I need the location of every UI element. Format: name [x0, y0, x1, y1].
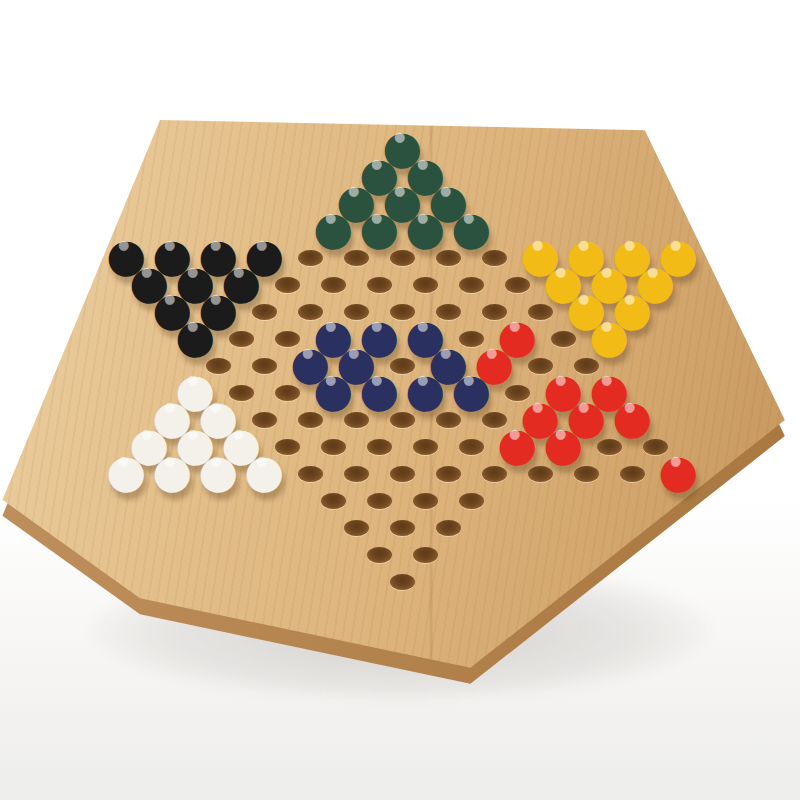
- peg-hole: [390, 250, 415, 266]
- board-cell: ●●: [241, 460, 287, 487]
- peg-highlight: ●: [463, 211, 474, 224]
- board-cell: [333, 244, 379, 271]
- peg-hole: [298, 412, 323, 428]
- board-cell: [264, 379, 310, 406]
- board-cell: [333, 406, 379, 433]
- peg-highlight: ●: [532, 238, 543, 251]
- peg-hole: [275, 277, 300, 293]
- board-cell: ●●: [609, 406, 655, 433]
- peg-highlight: ●: [164, 292, 175, 305]
- board-cell: ●●: [402, 379, 448, 406]
- board-cell: [310, 433, 356, 460]
- board-cell: [379, 514, 425, 541]
- board-cell: ●●: [172, 325, 218, 352]
- peg-hole: [252, 304, 277, 320]
- peg-hole: [413, 493, 438, 509]
- board-cell: ●●: [448, 217, 494, 244]
- peg-white: ●●: [244, 447, 284, 493]
- board-cell: ●●: [586, 325, 632, 352]
- peg-white: ●●: [152, 447, 192, 493]
- board-cell: ●●: [310, 379, 356, 406]
- peg-highlight: ●: [578, 400, 589, 413]
- peg-highlight: ●: [532, 400, 543, 413]
- board-cell: [448, 487, 494, 514]
- board-cell: ●●: [540, 433, 586, 460]
- peg-hole: [482, 466, 507, 482]
- peg-highlight: ●: [233, 427, 244, 440]
- peg-hole: [298, 250, 323, 266]
- peg-highlight: ●: [325, 373, 336, 386]
- peg-hole: [298, 466, 323, 482]
- board-cell: ●●: [356, 217, 402, 244]
- peg-highlight: ●: [256, 454, 267, 467]
- board-cell: [402, 541, 448, 568]
- peg-hole: [321, 493, 346, 509]
- board-cell: [356, 433, 402, 460]
- board-cell: [379, 460, 425, 487]
- peg-highlight: ●: [187, 373, 198, 386]
- board-cell: [425, 406, 471, 433]
- peg-highlight: ●: [371, 319, 382, 332]
- peg-hole: [390, 466, 415, 482]
- board-cell: ●●: [655, 460, 701, 487]
- peg-white: ●●: [198, 447, 238, 493]
- board-cell: [402, 271, 448, 298]
- board-cell: [241, 352, 287, 379]
- board-cell: [425, 514, 471, 541]
- peg-hole: [367, 547, 392, 563]
- peg-red: ●●: [658, 447, 698, 493]
- board-cell: [471, 460, 517, 487]
- board-cell: [218, 325, 264, 352]
- board-cell: [402, 487, 448, 514]
- peg-hole: [344, 412, 369, 428]
- peg-hole: [367, 277, 392, 293]
- board-cell: [356, 487, 402, 514]
- peg-hole: [390, 574, 415, 590]
- peg-hole: [275, 385, 300, 401]
- peg-highlight: ●: [601, 373, 612, 386]
- peg-highlight: ●: [670, 454, 681, 467]
- peg-hole: [459, 493, 484, 509]
- peg-highlight: ●: [394, 184, 405, 197]
- peg-highlight: ●: [509, 427, 520, 440]
- peg-highlight: ●: [118, 238, 129, 251]
- peg-highlight: ●: [210, 454, 221, 467]
- peg-highlight: ●: [348, 184, 359, 197]
- peg-hole: [482, 250, 507, 266]
- board-cell: [609, 460, 655, 487]
- peg-hole: [390, 412, 415, 428]
- board-cell: [241, 298, 287, 325]
- board-cell: [379, 568, 425, 595]
- peg-highlight: ●: [578, 292, 589, 305]
- peg-highlight: ●: [624, 292, 635, 305]
- board-cell: [517, 460, 563, 487]
- board-cell: [287, 406, 333, 433]
- peg-highlight: ●: [463, 373, 474, 386]
- board-cell: [563, 460, 609, 487]
- peg-hole: [413, 439, 438, 455]
- peg-hole: [620, 466, 645, 482]
- peg-highlight: ●: [233, 265, 244, 278]
- peg-highlight: ●: [624, 238, 635, 251]
- board-cell: [586, 433, 632, 460]
- board-cell: [448, 271, 494, 298]
- peg-highlight: ●: [555, 265, 566, 278]
- board-cell: [356, 271, 402, 298]
- product-photo-stage: ●●●●●●●●●●●●●●●●●●●●●●●●●●●●●●●●●●●●●●●●…: [0, 0, 800, 800]
- peg-hole: [436, 466, 461, 482]
- peg-highlight: ●: [509, 319, 520, 332]
- peg-highlight: ●: [624, 400, 635, 413]
- peg-hole: [505, 277, 530, 293]
- peg-highlight: ●: [210, 292, 221, 305]
- peg-hole: [390, 520, 415, 536]
- peg-highlight: ●: [371, 157, 382, 170]
- peg-highlight: ●: [601, 265, 612, 278]
- peg-hole: [344, 466, 369, 482]
- peg-highlight: ●: [417, 157, 428, 170]
- peg-hole: [367, 493, 392, 509]
- peg-hole: [459, 277, 484, 293]
- board-cell: [494, 271, 540, 298]
- board-cell: ●●: [402, 217, 448, 244]
- peg-highlight: ●: [325, 211, 336, 224]
- board-cell: ●●: [103, 460, 149, 487]
- peg-hole: [436, 250, 461, 266]
- peg-highlight: ●: [187, 319, 198, 332]
- peg-hole: [551, 331, 576, 347]
- board-cell: [379, 244, 425, 271]
- peg-hole: [459, 439, 484, 455]
- peg-hole: [344, 250, 369, 266]
- peg-hole: [321, 277, 346, 293]
- peg-highlight: ●: [210, 400, 221, 413]
- board-cell: [264, 271, 310, 298]
- peg-highlight: ●: [325, 319, 336, 332]
- peg-hole: [528, 466, 553, 482]
- peg-hole: [413, 277, 438, 293]
- peg-highlight: ●: [302, 346, 313, 359]
- board-cell: [448, 433, 494, 460]
- peg-hole: [229, 331, 254, 347]
- board-cell: [333, 514, 379, 541]
- chinese-checkers-board: ●●●●●●●●●●●●●●●●●●●●●●●●●●●●●●●●●●●●●●●●…: [0, 90, 800, 690]
- peg-highlight: ●: [187, 427, 198, 440]
- board-cell: [540, 325, 586, 352]
- board-cell: ●●: [448, 379, 494, 406]
- peg-hole: [367, 439, 392, 455]
- peg-hole: [413, 547, 438, 563]
- peg-hole: [436, 412, 461, 428]
- peg-highlight: ●: [164, 238, 175, 251]
- board-cell: [425, 460, 471, 487]
- board-cell: [379, 406, 425, 433]
- peg-hole: [344, 520, 369, 536]
- board-cell: [287, 460, 333, 487]
- peg-hole: [574, 466, 599, 482]
- board-cell: [471, 244, 517, 271]
- peg-highlight: ●: [417, 373, 428, 386]
- peg-hole: [597, 439, 622, 455]
- peg-highlight: ●: [256, 238, 267, 251]
- board-cell: [402, 433, 448, 460]
- peg-hole: [436, 520, 461, 536]
- peg-highlight: ●: [440, 346, 451, 359]
- peg-highlight: ●: [417, 211, 428, 224]
- peg-grid: ●●●●●●●●●●●●●●●●●●●●●●●●●●●●●●●●●●●●●●●●…: [103, 136, 701, 595]
- peg-highlight: ●: [371, 373, 382, 386]
- board-cell: ●●: [149, 460, 195, 487]
- peg-highlight: ●: [187, 265, 198, 278]
- peg-highlight: ●: [118, 454, 129, 467]
- peg-highlight: ●: [440, 184, 451, 197]
- board-cell: [425, 244, 471, 271]
- peg-hole: [252, 358, 277, 374]
- board-cell: [356, 541, 402, 568]
- peg-hole: [321, 439, 346, 455]
- peg-highlight: ●: [348, 346, 359, 359]
- peg-highlight: ●: [555, 427, 566, 440]
- board-cell: ●●: [494, 433, 540, 460]
- board-cell: [310, 271, 356, 298]
- peg-highlight: ●: [164, 454, 175, 467]
- peg-highlight: ●: [394, 130, 405, 143]
- peg-highlight: ●: [647, 265, 658, 278]
- board-cell: [333, 460, 379, 487]
- peg-highlight: ●: [417, 319, 428, 332]
- peg-white: ●●: [106, 447, 146, 493]
- peg-highlight: ●: [555, 373, 566, 386]
- peg-highlight: ●: [210, 238, 221, 251]
- board-cell: [310, 487, 356, 514]
- board-cell: ●●: [195, 460, 241, 487]
- board-cell: ●●: [310, 217, 356, 244]
- peg-highlight: ●: [486, 346, 497, 359]
- peg-highlight: ●: [164, 400, 175, 413]
- peg-highlight: ●: [670, 238, 681, 251]
- board-cell: [287, 244, 333, 271]
- peg-highlight: ●: [141, 427, 152, 440]
- peg-highlight: ●: [578, 238, 589, 251]
- peg-highlight: ●: [601, 319, 612, 332]
- peg-highlight: ●: [141, 265, 152, 278]
- peg-highlight: ●: [371, 211, 382, 224]
- board-cell: ●●: [356, 379, 402, 406]
